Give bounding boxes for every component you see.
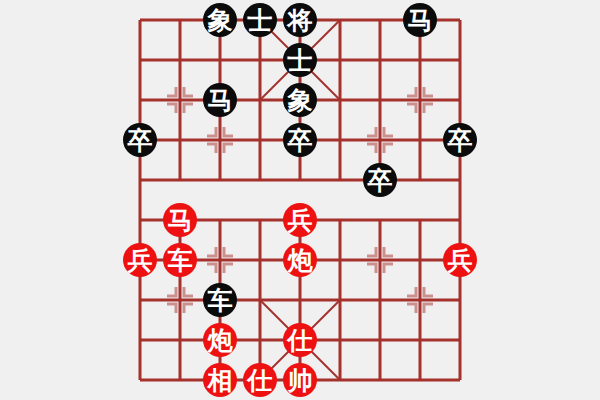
piece-black-elephant[interactable]: 象 <box>283 83 317 117</box>
piece-red-soldier[interactable]: 兵 <box>443 243 477 277</box>
xiangqi-board: 象士将马士马象卒卒卒卒马兵兵车炮兵车炮仕相仕帅 <box>120 0 480 400</box>
piece-black-soldier[interactable]: 卒 <box>123 123 157 157</box>
xiangqi-board-screenshot: 象士将马士马象卒卒卒卒马兵兵车炮兵车炮仕相仕帅 <box>0 0 600 400</box>
piece-red-advisor[interactable]: 仕 <box>243 363 277 397</box>
piece-red-general[interactable]: 帅 <box>283 363 317 397</box>
piece-red-soldier[interactable]: 兵 <box>123 243 157 277</box>
piece-black-advisor[interactable]: 士 <box>243 3 277 37</box>
piece-black-soldier[interactable]: 卒 <box>283 123 317 157</box>
piece-black-soldier[interactable]: 卒 <box>443 123 477 157</box>
piece-red-horse[interactable]: 马 <box>163 203 197 237</box>
piece-black-advisor[interactable]: 士 <box>283 43 317 77</box>
piece-red-soldier[interactable]: 兵 <box>283 203 317 237</box>
piece-black-elephant[interactable]: 象 <box>203 3 237 37</box>
piece-red-elephant[interactable]: 相 <box>203 363 237 397</box>
piece-red-advisor[interactable]: 仕 <box>283 323 317 357</box>
piece-black-horse[interactable]: 马 <box>403 3 437 37</box>
piece-red-cannon[interactable]: 炮 <box>203 323 237 357</box>
piece-red-cannon[interactable]: 炮 <box>283 243 317 277</box>
piece-black-general[interactable]: 将 <box>283 3 317 37</box>
piece-red-chariot[interactable]: 车 <box>163 243 197 277</box>
piece-black-soldier[interactable]: 卒 <box>363 163 397 197</box>
piece-black-horse[interactable]: 马 <box>203 83 237 117</box>
piece-black-chariot[interactable]: 车 <box>203 283 237 317</box>
